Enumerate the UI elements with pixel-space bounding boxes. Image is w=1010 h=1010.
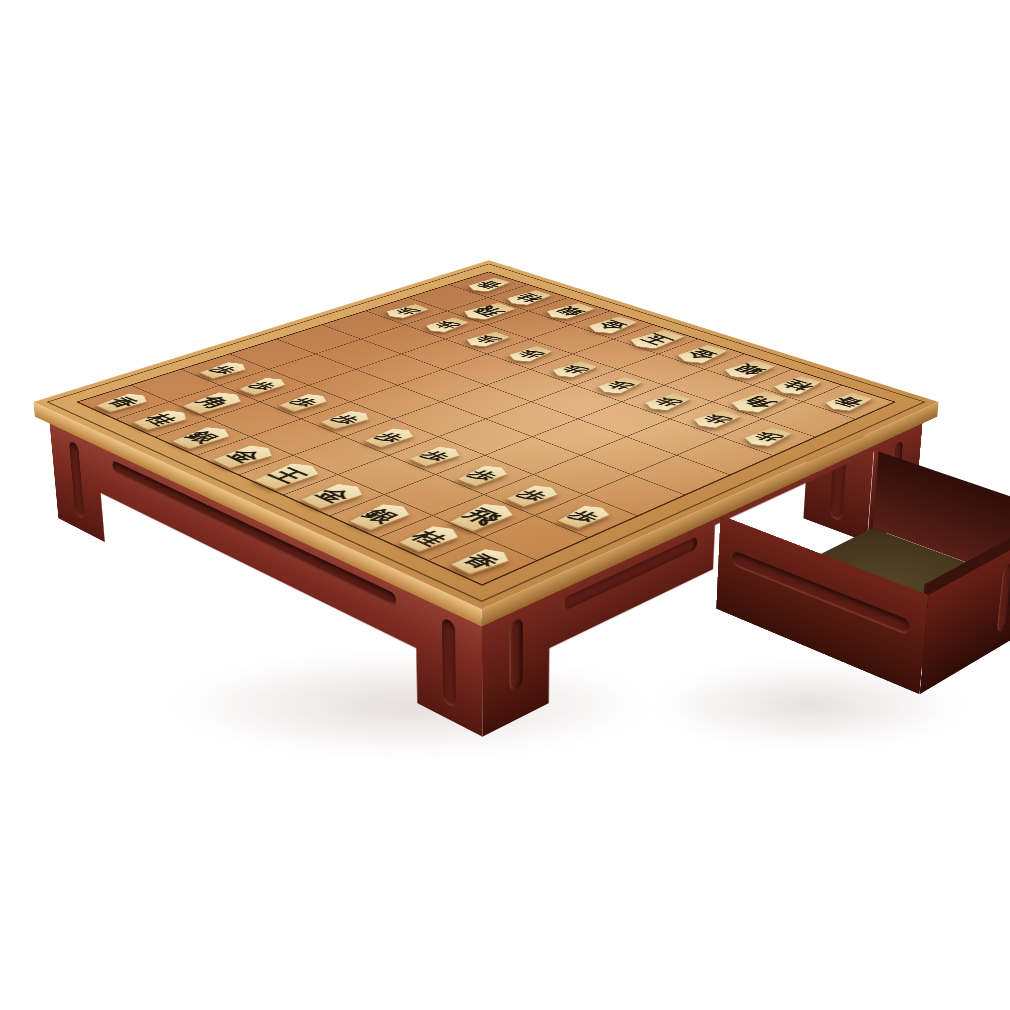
piece-kanji: 角 — [737, 394, 779, 410]
piece-kanji: 飛 — [459, 506, 507, 526]
piece-kanji: 桂 — [512, 292, 546, 303]
piece-kanji: 銀 — [552, 305, 588, 317]
piece-kanji: 歩 — [751, 430, 786, 444]
ground-shadow — [150, 650, 670, 760]
piece-kanji: 桂 — [142, 412, 181, 427]
piece-kanji: 香 — [830, 395, 867, 409]
piece-kanji: 歩 — [392, 306, 422, 316]
piece-kanji: 歩 — [373, 431, 408, 445]
piece-kanji: 桂 — [408, 529, 452, 548]
piece-kanji: 歩 — [208, 364, 241, 376]
piece-kanji: 歩 — [418, 449, 454, 463]
piece-kanji: 香 — [473, 279, 505, 289]
piece-kanji: 歩 — [514, 488, 551, 503]
piece-kanji: 飛 — [470, 305, 508, 318]
piece-kanji: 歩 — [558, 363, 591, 375]
piece-kanji: 香 — [105, 396, 142, 410]
piece-body: 歩 — [735, 425, 800, 450]
piece-body: 歩 — [550, 501, 620, 531]
drawer-groove — [997, 561, 1010, 633]
piece-kanji: 歩 — [329, 413, 363, 426]
piece-kanji: 金 — [311, 486, 356, 505]
product-photo-scene: 香桂銀金玉金銀桂香飛角歩歩歩歩歩歩歩歩歩歩歩歩歩歩歩歩歩歩角飛香桂銀金王金銀桂香 — [0, 0, 1010, 1010]
piece-kanji: 歩 — [247, 380, 280, 392]
piece-body: 香 — [444, 544, 521, 578]
piece-kanji: 歩 — [515, 348, 547, 359]
piece-kanji: 歩 — [465, 468, 502, 483]
piece-kanji: 歩 — [651, 395, 685, 408]
piece-kanji: 歩 — [472, 334, 504, 345]
piece-kanji: 歩 — [700, 412, 735, 425]
piece-kanji: 王 — [264, 466, 312, 485]
piece-kanji: 銀 — [358, 507, 403, 526]
piece-kanji: 銀 — [730, 362, 768, 376]
piece-kanji: 銀 — [182, 429, 223, 445]
piece-kanji: 歩 — [432, 319, 463, 330]
piece-kanji: 角 — [192, 395, 234, 411]
piece-kanji: 歩 — [287, 396, 321, 409]
leg-groove — [442, 617, 456, 709]
piece-kanji: 歩 — [566, 508, 604, 524]
piece-kanji: 玉 — [636, 332, 677, 346]
piece-body: 香 — [815, 390, 880, 414]
leg-groove — [69, 440, 85, 519]
piece-kanji: 桂 — [779, 378, 816, 392]
leg-groove — [510, 617, 524, 692]
piece-kanji: 歩 — [604, 379, 637, 391]
piece-kanji: 金 — [222, 447, 265, 464]
piece-kanji: 金 — [683, 347, 722, 361]
piece-kanji: 金 — [594, 318, 631, 331]
piece-kanji: 香 — [460, 551, 503, 570]
